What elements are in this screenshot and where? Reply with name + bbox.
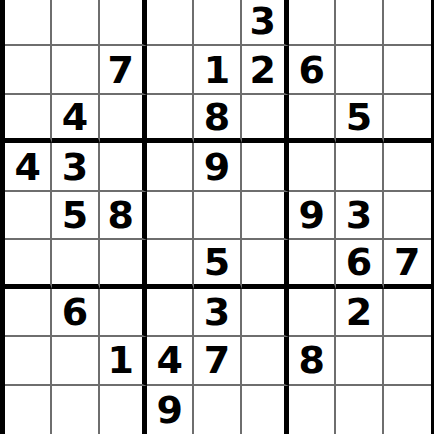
cell-r1c9[interactable] bbox=[384, 0, 431, 46]
cell-r1c4[interactable] bbox=[147, 0, 194, 46]
cell-r6c7[interactable] bbox=[289, 240, 336, 288]
cell-r4c2[interactable]: 3 bbox=[52, 143, 99, 191]
cell-r9c5[interactable] bbox=[194, 386, 241, 434]
cell-r7c1[interactable] bbox=[5, 289, 52, 337]
cell-r3c2[interactable]: 4 bbox=[52, 95, 99, 143]
cell-r5c6[interactable] bbox=[242, 192, 289, 240]
cell-r5c9[interactable] bbox=[384, 192, 431, 240]
cell-r3c7[interactable] bbox=[289, 95, 336, 143]
cell-r6c3[interactable] bbox=[100, 240, 147, 288]
cell-r1c3[interactable] bbox=[100, 0, 147, 46]
cell-r2c4[interactable] bbox=[147, 46, 194, 94]
cell-r9c9[interactable] bbox=[384, 386, 431, 434]
cell-r7c4[interactable] bbox=[147, 289, 194, 337]
cell-r5c3[interactable]: 8 bbox=[100, 192, 147, 240]
cell-r4c6[interactable] bbox=[242, 143, 289, 191]
cell-r7c9[interactable] bbox=[384, 289, 431, 337]
cell-r1c5[interactable] bbox=[194, 0, 241, 46]
cell-r9c6[interactable] bbox=[242, 386, 289, 434]
cell-r9c7[interactable] bbox=[289, 386, 336, 434]
cell-r3c9[interactable] bbox=[384, 95, 431, 143]
cell-r2c6[interactable]: 2 bbox=[242, 46, 289, 94]
cell-r9c3[interactable] bbox=[100, 386, 147, 434]
cell-r3c1[interactable] bbox=[5, 95, 52, 143]
cell-r9c4[interactable]: 9 bbox=[147, 386, 194, 434]
cell-r6c5[interactable]: 5 bbox=[194, 240, 241, 288]
cell-r3c6[interactable] bbox=[242, 95, 289, 143]
cell-r3c5[interactable]: 8 bbox=[194, 95, 241, 143]
cell-r5c7[interactable]: 9 bbox=[289, 192, 336, 240]
cell-r6c9[interactable]: 7 bbox=[384, 240, 431, 288]
cell-r8c8[interactable] bbox=[336, 337, 383, 385]
cell-r4c3[interactable] bbox=[100, 143, 147, 191]
cell-r7c5[interactable]: 3 bbox=[194, 289, 241, 337]
cell-r9c8[interactable] bbox=[336, 386, 383, 434]
cell-r1c2[interactable] bbox=[52, 0, 99, 46]
sudoku-puzzle: 37126485439589356763214789 bbox=[0, 0, 434, 434]
cell-r6c8[interactable]: 6 bbox=[336, 240, 383, 288]
cell-r8c9[interactable] bbox=[384, 337, 431, 385]
cell-r7c6[interactable] bbox=[242, 289, 289, 337]
cell-r2c3[interactable]: 7 bbox=[100, 46, 147, 94]
cell-r9c1[interactable] bbox=[5, 386, 52, 434]
cell-r8c3[interactable]: 1 bbox=[100, 337, 147, 385]
cell-r3c8[interactable]: 5 bbox=[336, 95, 383, 143]
cell-r5c8[interactable]: 3 bbox=[336, 192, 383, 240]
cell-r7c3[interactable] bbox=[100, 289, 147, 337]
cell-r5c5[interactable] bbox=[194, 192, 241, 240]
cell-r6c2[interactable] bbox=[52, 240, 99, 288]
cell-r7c2[interactable]: 6 bbox=[52, 289, 99, 337]
cell-r8c7[interactable]: 8 bbox=[289, 337, 336, 385]
cell-r2c1[interactable] bbox=[5, 46, 52, 94]
cell-r7c8[interactable]: 2 bbox=[336, 289, 383, 337]
cell-r6c1[interactable] bbox=[5, 240, 52, 288]
cell-r1c8[interactable] bbox=[336, 0, 383, 46]
cell-r4c7[interactable] bbox=[289, 143, 336, 191]
cell-r5c4[interactable] bbox=[147, 192, 194, 240]
cell-r2c8[interactable] bbox=[336, 46, 383, 94]
cell-r2c5[interactable]: 1 bbox=[194, 46, 241, 94]
cell-r5c2[interactable]: 5 bbox=[52, 192, 99, 240]
cell-r3c4[interactable] bbox=[147, 95, 194, 143]
cell-r3c3[interactable] bbox=[100, 95, 147, 143]
cell-r1c6[interactable]: 3 bbox=[242, 0, 289, 46]
cell-r1c1[interactable] bbox=[5, 0, 52, 46]
cell-r8c4[interactable]: 4 bbox=[147, 337, 194, 385]
cell-r6c6[interactable] bbox=[242, 240, 289, 288]
cell-r4c4[interactable] bbox=[147, 143, 194, 191]
sudoku-board: 37126485439589356763214789 bbox=[0, 0, 434, 434]
cell-r7c7[interactable] bbox=[289, 289, 336, 337]
cell-r2c7[interactable]: 6 bbox=[289, 46, 336, 94]
cell-r4c8[interactable] bbox=[336, 143, 383, 191]
cell-r8c6[interactable] bbox=[242, 337, 289, 385]
cell-r8c2[interactable] bbox=[52, 337, 99, 385]
cell-r6c4[interactable] bbox=[147, 240, 194, 288]
cell-r1c7[interactable] bbox=[289, 0, 336, 46]
cell-r9c2[interactable] bbox=[52, 386, 99, 434]
cell-r5c1[interactable] bbox=[5, 192, 52, 240]
cell-r2c9[interactable] bbox=[384, 46, 431, 94]
cell-r8c5[interactable]: 7 bbox=[194, 337, 241, 385]
cell-r2c2[interactable] bbox=[52, 46, 99, 94]
cell-r4c1[interactable]: 4 bbox=[5, 143, 52, 191]
cell-r4c5[interactable]: 9 bbox=[194, 143, 241, 191]
cell-r4c9[interactable] bbox=[384, 143, 431, 191]
cell-r8c1[interactable] bbox=[5, 337, 52, 385]
